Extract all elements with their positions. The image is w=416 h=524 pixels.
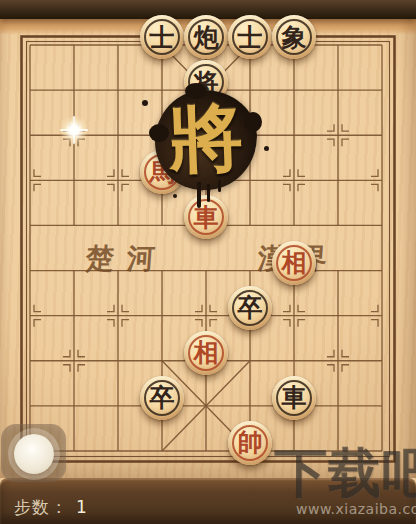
piece-glyph: 士: [228, 15, 272, 59]
ink-spot: [173, 194, 177, 198]
river-label-chu: 楚河: [85, 240, 170, 278]
piece-象[interactable]: 象: [272, 15, 316, 59]
piece-glyph: 帥: [228, 421, 272, 465]
piece-車[interactable]: 車: [272, 376, 316, 420]
piece-車[interactable]: 車: [184, 195, 228, 239]
step-counter: 步数：1: [14, 496, 88, 519]
piece-glyph: 士: [140, 15, 184, 59]
check-announcement: 將: [155, 90, 257, 190]
piece-glyph: 相: [272, 241, 316, 285]
xiangqi-app-screen: 楚河 漢界 士炮士象将馬車相卒相卒車帥 將 步数：1 下载吧 www.xiaza…: [0, 0, 416, 524]
piece-glyph: 車: [272, 376, 316, 420]
piece-相[interactable]: 相: [272, 241, 316, 285]
piece-glyph: 卒: [228, 286, 272, 330]
piece-卒[interactable]: 卒: [140, 376, 184, 420]
sound-button[interactable]: [1, 424, 66, 482]
piece-士[interactable]: 士: [228, 15, 272, 59]
piece-glyph: 炮: [184, 15, 228, 59]
piece-士[interactable]: 士: [140, 15, 184, 59]
piece-glyph: 卒: [140, 376, 184, 420]
ink-spot: [264, 146, 269, 151]
piece-glyph: 車: [184, 195, 228, 239]
ink-spot: [142, 100, 148, 106]
piece-glyph: 象: [272, 15, 316, 59]
piece-帥[interactable]: 帥: [228, 421, 272, 465]
last-move-sparkle-icon: [59, 115, 89, 145]
check-text: 將: [153, 88, 258, 191]
piece-炮[interactable]: 炮: [184, 15, 228, 59]
piece-glyph: 相: [184, 331, 228, 375]
step-label: 步数：: [14, 497, 68, 517]
watermark-url: www.xiazaiba.com: [296, 501, 416, 517]
watermark-title: 下载吧: [274, 444, 416, 502]
piece-相[interactable]: 相: [184, 331, 228, 375]
step-value: 1: [76, 497, 88, 517]
sound-icon: [14, 434, 54, 474]
piece-卒[interactable]: 卒: [228, 286, 272, 330]
